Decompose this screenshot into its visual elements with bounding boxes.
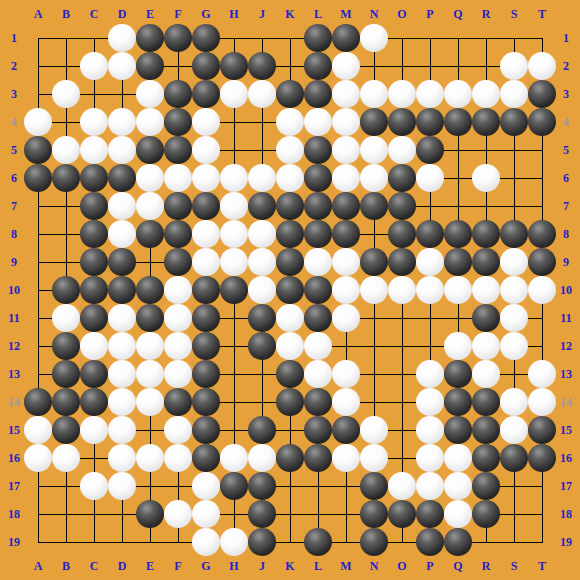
white-stone-C5[interactable] — [80, 136, 108, 164]
white-stone-P16[interactable] — [416, 444, 444, 472]
white-stone-P10[interactable] — [416, 276, 444, 304]
col-label-top-Q: Q — [453, 8, 462, 20]
black-stone-K7[interactable] — [276, 192, 304, 220]
black-stone-C7[interactable] — [80, 192, 108, 220]
white-stone-S11[interactable] — [500, 304, 528, 332]
black-stone-L15[interactable] — [304, 416, 332, 444]
col-label-bottom-F: F — [174, 560, 181, 572]
white-stone-F6[interactable] — [164, 164, 192, 192]
black-stone-K3[interactable] — [276, 80, 304, 108]
white-stone-G8[interactable] — [192, 220, 220, 248]
black-stone-O9[interactable] — [388, 248, 416, 276]
col-label-top-A: A — [34, 8, 43, 20]
white-stone-H3[interactable] — [220, 80, 248, 108]
white-stone-A16[interactable] — [24, 444, 52, 472]
black-stone-J18[interactable] — [248, 500, 276, 528]
black-stone-C11[interactable] — [80, 304, 108, 332]
col-label-top-L: L — [314, 8, 322, 20]
white-stone-N10[interactable] — [360, 276, 388, 304]
col-label-bottom-N: N — [370, 560, 379, 572]
black-stone-K13[interactable] — [276, 360, 304, 388]
white-stone-T10[interactable] — [528, 276, 556, 304]
black-stone-S8[interactable] — [500, 220, 528, 248]
white-stone-M2[interactable] — [332, 52, 360, 80]
black-stone-B6[interactable] — [52, 164, 80, 192]
black-stone-E10[interactable] — [136, 276, 164, 304]
row-label-right-18: 18 — [560, 508, 572, 520]
white-stone-F13[interactable] — [164, 360, 192, 388]
black-stone-Q14[interactable] — [444, 388, 472, 416]
white-stone-H19[interactable] — [220, 528, 248, 556]
row-label-right-4: 4 — [563, 116, 569, 128]
white-stone-J8[interactable] — [248, 220, 276, 248]
row-label-left-18: 18 — [8, 508, 20, 520]
black-stone-R17[interactable] — [472, 472, 500, 500]
black-stone-R18[interactable] — [472, 500, 500, 528]
white-stone-J6[interactable] — [248, 164, 276, 192]
white-stone-P9[interactable] — [416, 248, 444, 276]
black-stone-L11[interactable] — [304, 304, 332, 332]
white-stone-Q18[interactable] — [444, 500, 472, 528]
black-stone-C9[interactable] — [80, 248, 108, 276]
row-label-left-12: 12 — [8, 340, 20, 352]
white-stone-D8[interactable] — [108, 220, 136, 248]
black-stone-K9[interactable] — [276, 248, 304, 276]
black-stone-G13[interactable] — [192, 360, 220, 388]
row-label-right-11: 11 — [560, 312, 571, 324]
black-stone-O6[interactable] — [388, 164, 416, 192]
black-stone-E11[interactable] — [136, 304, 164, 332]
black-stone-R14[interactable] — [472, 388, 500, 416]
black-stone-B14[interactable] — [52, 388, 80, 416]
black-stone-E1[interactable] — [136, 24, 164, 52]
white-stone-S12[interactable] — [500, 332, 528, 360]
row-label-left-9: 9 — [11, 256, 17, 268]
black-stone-Q9[interactable] — [444, 248, 472, 276]
white-stone-Q10[interactable] — [444, 276, 472, 304]
white-stone-H7[interactable] — [220, 192, 248, 220]
row-label-right-2: 2 — [563, 60, 569, 72]
col-label-top-O: O — [397, 8, 406, 20]
row-label-left-16: 16 — [8, 452, 20, 464]
white-stone-F11[interactable] — [164, 304, 192, 332]
black-stone-B12[interactable] — [52, 332, 80, 360]
black-stone-R8[interactable] — [472, 220, 500, 248]
white-stone-O17[interactable] — [388, 472, 416, 500]
row-label-right-8: 8 — [563, 228, 569, 240]
black-stone-T8[interactable] — [528, 220, 556, 248]
white-stone-H16[interactable] — [220, 444, 248, 472]
white-stone-S14[interactable] — [500, 388, 528, 416]
black-stone-G16[interactable] — [192, 444, 220, 472]
white-stone-S9[interactable] — [500, 248, 528, 276]
black-stone-M15[interactable] — [332, 416, 360, 444]
white-stone-N6[interactable] — [360, 164, 388, 192]
black-stone-D9[interactable] — [108, 248, 136, 276]
white-stone-H6[interactable] — [220, 164, 248, 192]
white-stone-E6[interactable] — [136, 164, 164, 192]
black-stone-R15[interactable] — [472, 416, 500, 444]
white-stone-D16[interactable] — [108, 444, 136, 472]
black-stone-F9[interactable] — [164, 248, 192, 276]
white-stone-M16[interactable] — [332, 444, 360, 472]
white-stone-S15[interactable] — [500, 416, 528, 444]
white-stone-L4[interactable] — [304, 108, 332, 136]
black-stone-F5[interactable] — [164, 136, 192, 164]
black-stone-O8[interactable] — [388, 220, 416, 248]
black-stone-N7[interactable] — [360, 192, 388, 220]
black-stone-R9[interactable] — [472, 248, 500, 276]
black-stone-L6[interactable] — [304, 164, 332, 192]
black-stone-F1[interactable] — [164, 24, 192, 52]
black-stone-G1[interactable] — [192, 24, 220, 52]
row-label-right-10: 10 — [560, 284, 572, 296]
row-label-left-11: 11 — [8, 312, 19, 324]
white-stone-E13[interactable] — [136, 360, 164, 388]
row-label-right-19: 19 — [560, 536, 572, 548]
black-stone-Q8[interactable] — [444, 220, 472, 248]
white-stone-H9[interactable] — [220, 248, 248, 276]
white-stone-F18[interactable] — [164, 500, 192, 528]
black-stone-O18[interactable] — [388, 500, 416, 528]
white-stone-M14[interactable] — [332, 388, 360, 416]
black-stone-T16[interactable] — [528, 444, 556, 472]
row-label-left-15: 15 — [8, 424, 20, 436]
black-stone-J2[interactable] — [248, 52, 276, 80]
white-stone-K6[interactable] — [276, 164, 304, 192]
white-stone-G6[interactable] — [192, 164, 220, 192]
black-stone-G7[interactable] — [192, 192, 220, 220]
black-stone-E5[interactable] — [136, 136, 164, 164]
white-stone-N5[interactable] — [360, 136, 388, 164]
black-stone-E8[interactable] — [136, 220, 164, 248]
white-stone-K12[interactable] — [276, 332, 304, 360]
col-label-top-F: F — [174, 8, 181, 20]
white-stone-B16[interactable] — [52, 444, 80, 472]
white-stone-R6[interactable] — [472, 164, 500, 192]
white-stone-R13[interactable] — [472, 360, 500, 388]
white-stone-L13[interactable] — [304, 360, 332, 388]
white-stone-G19[interactable] — [192, 528, 220, 556]
black-stone-N17[interactable] — [360, 472, 388, 500]
white-stone-K11[interactable] — [276, 304, 304, 332]
white-stone-M4[interactable] — [332, 108, 360, 136]
black-stone-C10[interactable] — [80, 276, 108, 304]
white-stone-F16[interactable] — [164, 444, 192, 472]
black-stone-L5[interactable] — [304, 136, 332, 164]
black-stone-E2[interactable] — [136, 52, 164, 80]
black-stone-D10[interactable] — [108, 276, 136, 304]
white-stone-P14[interactable] — [416, 388, 444, 416]
col-label-bottom-R: R — [482, 560, 491, 572]
col-label-bottom-M: M — [340, 560, 351, 572]
black-stone-H2[interactable] — [220, 52, 248, 80]
white-stone-K4[interactable] — [276, 108, 304, 136]
white-stone-E3[interactable] — [136, 80, 164, 108]
black-stone-C6[interactable] — [80, 164, 108, 192]
black-stone-L19[interactable] — [304, 528, 332, 556]
black-stone-E18[interactable] — [136, 500, 164, 528]
black-stone-M8[interactable] — [332, 220, 360, 248]
white-stone-T13[interactable] — [528, 360, 556, 388]
row-label-right-6: 6 — [563, 172, 569, 184]
white-stone-P15[interactable] — [416, 416, 444, 444]
white-stone-B11[interactable] — [52, 304, 80, 332]
col-label-bottom-C: C — [90, 560, 99, 572]
white-stone-L9[interactable] — [304, 248, 332, 276]
white-stone-S2[interactable] — [500, 52, 528, 80]
white-stone-F12[interactable] — [164, 332, 192, 360]
black-stone-A6[interactable] — [24, 164, 52, 192]
white-stone-E7[interactable] — [136, 192, 164, 220]
black-stone-H17[interactable] — [220, 472, 248, 500]
black-stone-G11[interactable] — [192, 304, 220, 332]
white-stone-R12[interactable] — [472, 332, 500, 360]
black-stone-L3[interactable] — [304, 80, 332, 108]
row-label-left-14: 14 — [8, 396, 20, 408]
white-stone-Q17[interactable] — [444, 472, 472, 500]
col-label-top-E: E — [146, 8, 154, 20]
white-stone-D12[interactable] — [108, 332, 136, 360]
black-stone-R4[interactable] — [472, 108, 500, 136]
white-stone-R3[interactable] — [472, 80, 500, 108]
black-stone-T9[interactable] — [528, 248, 556, 276]
black-stone-P5[interactable] — [416, 136, 444, 164]
white-stone-D2[interactable] — [108, 52, 136, 80]
white-stone-G9[interactable] — [192, 248, 220, 276]
row-label-left-1: 1 — [11, 32, 17, 44]
white-stone-D11[interactable] — [108, 304, 136, 332]
black-stone-H10[interactable] — [220, 276, 248, 304]
black-stone-D6[interactable] — [108, 164, 136, 192]
white-stone-M3[interactable] — [332, 80, 360, 108]
black-stone-J15[interactable] — [248, 416, 276, 444]
black-stone-L2[interactable] — [304, 52, 332, 80]
white-stone-A15[interactable] — [24, 416, 52, 444]
black-stone-C8[interactable] — [80, 220, 108, 248]
black-stone-C13[interactable] — [80, 360, 108, 388]
black-stone-M1[interactable] — [332, 24, 360, 52]
black-stone-F8[interactable] — [164, 220, 192, 248]
black-stone-J17[interactable] — [248, 472, 276, 500]
col-label-bottom-H: H — [229, 560, 238, 572]
white-stone-Q12[interactable] — [444, 332, 472, 360]
white-stone-D14[interactable] — [108, 388, 136, 416]
white-stone-C15[interactable] — [80, 416, 108, 444]
col-label-bottom-J: J — [259, 560, 265, 572]
col-label-top-S: S — [511, 8, 518, 20]
row-label-right-5: 5 — [563, 144, 569, 156]
white-stone-K5[interactable] — [276, 136, 304, 164]
go-board[interactable]: ABCDEFGHJKLMNOPQRST ABCDEFGHJKLMNOPQRST … — [0, 0, 580, 580]
white-stone-B3[interactable] — [52, 80, 80, 108]
white-stone-M10[interactable] — [332, 276, 360, 304]
white-stone-F10[interactable] — [164, 276, 192, 304]
white-stone-C2[interactable] — [80, 52, 108, 80]
black-stone-P18[interactable] — [416, 500, 444, 528]
black-stone-G10[interactable] — [192, 276, 220, 304]
white-stone-J16[interactable] — [248, 444, 276, 472]
black-stone-F7[interactable] — [164, 192, 192, 220]
black-stone-N18[interactable] — [360, 500, 388, 528]
white-stone-E16[interactable] — [136, 444, 164, 472]
black-stone-T15[interactable] — [528, 416, 556, 444]
white-stone-A4[interactable] — [24, 108, 52, 136]
black-stone-F4[interactable] — [164, 108, 192, 136]
black-stone-Q15[interactable] — [444, 416, 472, 444]
black-stone-B15[interactable] — [52, 416, 80, 444]
white-stone-J3[interactable] — [248, 80, 276, 108]
row-label-left-19: 19 — [8, 536, 20, 548]
row-label-right-15: 15 — [560, 424, 572, 436]
white-stone-D4[interactable] — [108, 108, 136, 136]
white-stone-N16[interactable] — [360, 444, 388, 472]
white-stone-G18[interactable] — [192, 500, 220, 528]
white-stone-M13[interactable] — [332, 360, 360, 388]
black-stone-G15[interactable] — [192, 416, 220, 444]
col-label-top-N: N — [370, 8, 379, 20]
black-stone-L14[interactable] — [304, 388, 332, 416]
white-stone-G17[interactable] — [192, 472, 220, 500]
black-stone-B10[interactable] — [52, 276, 80, 304]
col-label-top-C: C — [90, 8, 99, 20]
white-stone-P17[interactable] — [416, 472, 444, 500]
black-stone-Q19[interactable] — [444, 528, 472, 556]
row-label-right-7: 7 — [563, 200, 569, 212]
black-stone-R11[interactable] — [472, 304, 500, 332]
black-stone-K14[interactable] — [276, 388, 304, 416]
white-stone-O10[interactable] — [388, 276, 416, 304]
white-stone-C12[interactable] — [80, 332, 108, 360]
black-stone-J12[interactable] — [248, 332, 276, 360]
black-stone-Q13[interactable] — [444, 360, 472, 388]
col-label-bottom-T: T — [538, 560, 546, 572]
black-stone-M7[interactable] — [332, 192, 360, 220]
white-stone-T14[interactable] — [528, 388, 556, 416]
white-stone-D5[interactable] — [108, 136, 136, 164]
white-stone-Q16[interactable] — [444, 444, 472, 472]
black-stone-A5[interactable] — [24, 136, 52, 164]
white-stone-L12[interactable] — [304, 332, 332, 360]
white-stone-H8[interactable] — [220, 220, 248, 248]
white-stone-S3[interactable] — [500, 80, 528, 108]
white-stone-M6[interactable] — [332, 164, 360, 192]
row-label-right-17: 17 — [560, 480, 572, 492]
row-label-left-8: 8 — [11, 228, 17, 240]
col-label-top-J: J — [259, 8, 265, 20]
white-stone-E4[interactable] — [136, 108, 164, 136]
black-stone-F14[interactable] — [164, 388, 192, 416]
black-stone-S4[interactable] — [500, 108, 528, 136]
black-stone-L10[interactable] — [304, 276, 332, 304]
white-stone-Q3[interactable] — [444, 80, 472, 108]
white-stone-C4[interactable] — [80, 108, 108, 136]
black-stone-N4[interactable] — [360, 108, 388, 136]
black-stone-J7[interactable] — [248, 192, 276, 220]
col-label-bottom-O: O — [397, 560, 406, 572]
white-stone-N1[interactable] — [360, 24, 388, 52]
white-stone-G4[interactable] — [192, 108, 220, 136]
black-stone-L7[interactable] — [304, 192, 332, 220]
row-label-left-17: 17 — [8, 480, 20, 492]
black-stone-J11[interactable] — [248, 304, 276, 332]
black-stone-G14[interactable] — [192, 388, 220, 416]
black-stone-G12[interactable] — [192, 332, 220, 360]
row-label-left-7: 7 — [11, 200, 17, 212]
row-label-right-9: 9 — [563, 256, 569, 268]
white-stone-M5[interactable] — [332, 136, 360, 164]
black-stone-C14[interactable] — [80, 388, 108, 416]
white-stone-R10[interactable] — [472, 276, 500, 304]
white-stone-E12[interactable] — [136, 332, 164, 360]
white-stone-D17[interactable] — [108, 472, 136, 500]
col-label-top-M: M — [340, 8, 351, 20]
row-label-left-3: 3 — [11, 88, 17, 100]
white-stone-N3[interactable] — [360, 80, 388, 108]
white-stone-O3[interactable] — [388, 80, 416, 108]
black-stone-F3[interactable] — [164, 80, 192, 108]
white-stone-B5[interactable] — [52, 136, 80, 164]
black-stone-L8[interactable] — [304, 220, 332, 248]
white-stone-F15[interactable] — [164, 416, 192, 444]
black-stone-L1[interactable] — [304, 24, 332, 52]
white-stone-D13[interactable] — [108, 360, 136, 388]
black-stone-O4[interactable] — [388, 108, 416, 136]
white-stone-J10[interactable] — [248, 276, 276, 304]
white-stone-M9[interactable] — [332, 248, 360, 276]
black-stone-K8[interactable] — [276, 220, 304, 248]
white-stone-D15[interactable] — [108, 416, 136, 444]
black-stone-A14[interactable] — [24, 388, 52, 416]
black-stone-S16[interactable] — [500, 444, 528, 472]
white-stone-P3[interactable] — [416, 80, 444, 108]
white-stone-T2[interactable] — [528, 52, 556, 80]
black-stone-P19[interactable] — [416, 528, 444, 556]
black-stone-B13[interactable] — [52, 360, 80, 388]
white-stone-S10[interactable] — [500, 276, 528, 304]
white-stone-G5[interactable] — [192, 136, 220, 164]
black-stone-K16[interactable] — [276, 444, 304, 472]
black-stone-G2[interactable] — [192, 52, 220, 80]
black-stone-R16[interactable] — [472, 444, 500, 472]
white-stone-M11[interactable] — [332, 304, 360, 332]
black-stone-G3[interactable] — [192, 80, 220, 108]
black-stone-O7[interactable] — [388, 192, 416, 220]
black-stone-T4[interactable] — [528, 108, 556, 136]
black-stone-Q4[interactable] — [444, 108, 472, 136]
col-label-top-R: R — [482, 8, 491, 20]
black-stone-P4[interactable] — [416, 108, 444, 136]
black-stone-J19[interactable] — [248, 528, 276, 556]
black-stone-N9[interactable] — [360, 248, 388, 276]
black-stone-L16[interactable] — [304, 444, 332, 472]
row-label-right-3: 3 — [563, 88, 569, 100]
black-stone-T3[interactable] — [528, 80, 556, 108]
white-stone-P13[interactable] — [416, 360, 444, 388]
black-stone-P8[interactable] — [416, 220, 444, 248]
black-stone-N19[interactable] — [360, 528, 388, 556]
white-stone-N15[interactable] — [360, 416, 388, 444]
white-stone-D7[interactable] — [108, 192, 136, 220]
col-label-bottom-E: E — [146, 560, 154, 572]
white-stone-D1[interactable] — [108, 24, 136, 52]
white-stone-E14[interactable] — [136, 388, 164, 416]
white-stone-C17[interactable] — [80, 472, 108, 500]
white-stone-J9[interactable] — [248, 248, 276, 276]
white-stone-P6[interactable] — [416, 164, 444, 192]
white-stone-O5[interactable] — [388, 136, 416, 164]
black-stone-K10[interactable] — [276, 276, 304, 304]
